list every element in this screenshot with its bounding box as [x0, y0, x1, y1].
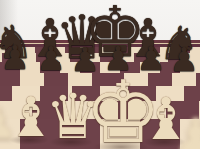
white-partial-piece-right[interactable]: ♟ — [172, 112, 200, 149]
chess-photo: ♞ ♝ ♛ ♚ ♝ ♞ ♟ ♟ ♟ ♟ ♟ ♟ ♝ ♛ ♚ ♝ ♟ ♟ — [0, 0, 200, 149]
black-pawn-c7[interactable]: ♟ — [36, 42, 66, 75]
black-pawn-b7[interactable]: ♟ — [0, 41, 30, 74]
black-pawn-g7[interactable]: ♟ — [169, 43, 199, 76]
white-partial-piece-left[interactable]: ♟ — [0, 102, 18, 146]
